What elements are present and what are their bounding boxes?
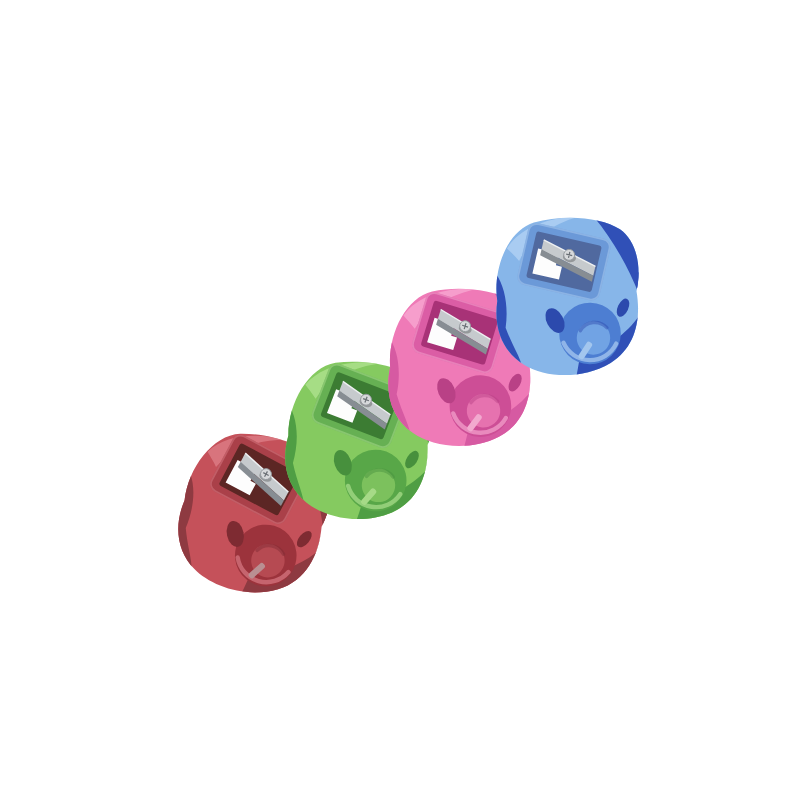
product-photo-canvas [0,0,800,800]
pencil-sharpener-blue [476,207,655,386]
